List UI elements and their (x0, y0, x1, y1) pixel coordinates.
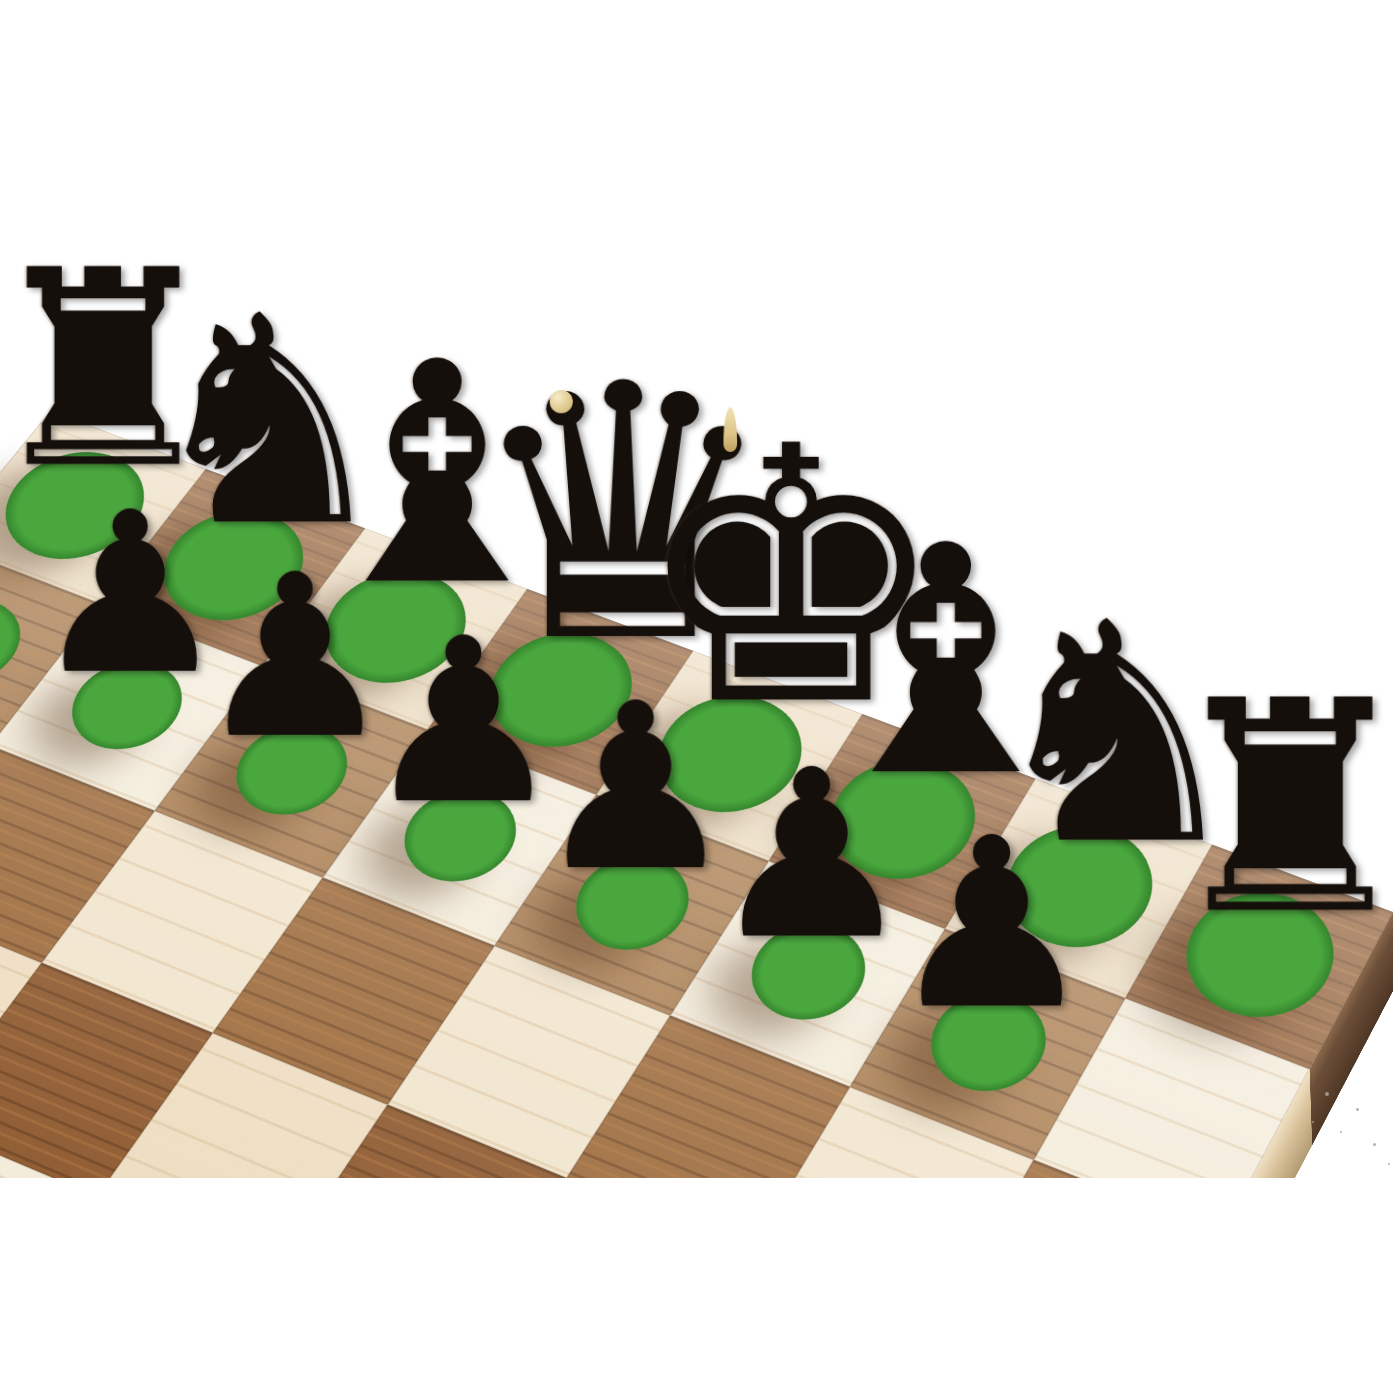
dust-speck-1 (1325, 1092, 1329, 1096)
piece-black-pawn-d7: ♟ (362, 609, 560, 836)
dust-speck-3 (1340, 1131, 1342, 1133)
photo-crop-area: ♜♞♝♛♚♝♞♜♟♟♟♟♟♟♟ (0, 0, 1400, 1178)
dust-speck-2 (1356, 1108, 1359, 1111)
ivory-spike-icon (723, 407, 737, 452)
piece-black-rook-h8: ♜ (1159, 663, 1360, 955)
piece-black-pawn-c7: ♟ (194, 545, 389, 770)
dust-speck-5 (1312, 1121, 1314, 1123)
chessboard-3d: ♜♞♝♛♚♝♞♜♟♟♟♟♟♟♟ (0, 411, 1393, 1178)
dust-speck-4 (1373, 1143, 1376, 1146)
piece-black-pawn-f7: ♟ (708, 740, 910, 972)
product-photo-canvas: ♜♞♝♛♚♝♞♜♟♟♟♟♟♟♟ (0, 0, 1400, 1400)
dust-speck-6 (1388, 1163, 1390, 1165)
ivory-ball-icon (550, 390, 573, 413)
piece-black-pawn-e7: ♟ (533, 673, 733, 903)
piece-black-pawn-g7: ♟ (886, 807, 1090, 1042)
